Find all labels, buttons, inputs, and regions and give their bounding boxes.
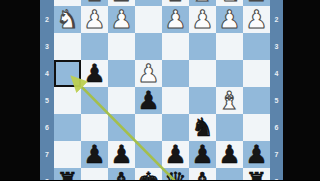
piece-wB-b5[interactable]: ♝ [216,87,244,115]
piece-bN-c6[interactable]: ♞ [189,114,217,142]
piece-bB-f8[interactable]: ♝ [108,168,136,181]
square-a3[interactable] [243,33,270,60]
piece-bP-g4[interactable]: ♟ [81,60,109,88]
square-h5[interactable] [54,87,81,114]
square-d4[interactable] [162,60,189,87]
piece-bP-c7[interactable]: ♟ [189,141,217,169]
square-b6[interactable] [216,114,243,141]
piece-bR-a8[interactable]: ♜ [243,168,271,181]
piece-bK-e8[interactable]: ♚ [135,168,163,181]
square-e3[interactable] [135,33,162,60]
piece-bP-e5[interactable]: ♟ [135,87,163,115]
rank-label-6: 6 [40,124,54,132]
square-e6[interactable] [135,114,162,141]
square-h3[interactable] [54,33,81,60]
rank-label-8: 8 [40,178,54,181]
letterbox-left [0,0,40,180]
rank-label-2: 2 [40,16,54,24]
rank-label-6: 6 [270,124,283,132]
square-f5[interactable] [108,87,135,114]
square-g5[interactable] [81,87,108,114]
square-b4[interactable] [216,60,243,87]
square-e7[interactable] [135,141,162,168]
piece-wP-d2[interactable]: ♟ [162,6,190,34]
square-g8[interactable] [81,168,108,180]
piece-bQ-d8[interactable]: ♛ [162,168,190,181]
piece-wN-h2[interactable]: ♞ [54,6,82,34]
piece-wP-f2[interactable]: ♟ [108,6,136,34]
square-c5[interactable] [189,87,216,114]
rank-label-7: 7 [40,151,54,159]
square-g6[interactable] [81,114,108,141]
piece-bP-b7[interactable]: ♟ [216,141,244,169]
square-f6[interactable] [108,114,135,141]
piece-wP-e4[interactable]: ♟ [135,60,163,88]
highlighted-square-h4[interactable] [54,60,81,87]
square-g3[interactable] [81,33,108,60]
video-frame: 12345678 ♚♜♛♝♞♜♞♟♟♟♟♟♟♟♟♟♝♞♟♟♟♟♟♟♜♝♚♛♝♜ … [0,0,320,180]
square-d3[interactable] [162,33,189,60]
square-b8[interactable] [216,168,243,180]
square-f4[interactable] [108,60,135,87]
rank-label-strip-right: 12345678 [270,0,283,180]
square-h7[interactable] [54,141,81,168]
rank-label-strip-left: 12345678 [40,0,54,180]
rank-label-3: 3 [270,43,283,51]
rank-label-5: 5 [40,97,54,105]
square-e2[interactable] [135,6,162,33]
square-f3[interactable] [108,33,135,60]
square-d6[interactable] [162,114,189,141]
square-a5[interactable] [243,87,270,114]
piece-bB-c8[interactable]: ♝ [189,168,217,181]
piece-bP-f7[interactable]: ♟ [108,141,136,169]
rank-label-8: 8 [270,178,283,181]
rank-label-4: 4 [40,70,54,78]
square-h6[interactable] [54,114,81,141]
letterbox-right [283,0,320,180]
chess-board[interactable]: ♚♜♛♝♞♜♞♟♟♟♟♟♟♟♟♟♝♞♟♟♟♟♟♟♜♝♚♛♝♜ [54,0,270,180]
piece-wP-c2[interactable]: ♟ [189,6,217,34]
piece-wP-g2[interactable]: ♟ [81,6,109,34]
piece-bP-g7[interactable]: ♟ [81,141,109,169]
piece-bP-d7[interactable]: ♟ [162,141,190,169]
piece-bP-a7[interactable]: ♟ [243,141,271,169]
rank-label-2: 2 [270,16,283,24]
square-a4[interactable] [243,60,270,87]
square-d5[interactable] [162,87,189,114]
square-c3[interactable] [189,33,216,60]
rank-label-5: 5 [270,97,283,105]
rank-label-3: 3 [40,43,54,51]
square-a6[interactable] [243,114,270,141]
piece-wP-a2[interactable]: ♟ [243,6,271,34]
rank-label-4: 4 [270,70,283,78]
square-b3[interactable] [216,33,243,60]
piece-wP-b2[interactable]: ♟ [216,6,244,34]
square-c4[interactable] [189,60,216,87]
piece-bR-h8[interactable]: ♜ [54,168,82,181]
rank-label-7: 7 [270,151,283,159]
